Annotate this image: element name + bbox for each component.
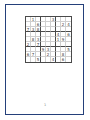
document-page: 13624738468319279356728546 1 — [0, 0, 90, 120]
sudoku-cell-r9c9 — [66, 57, 71, 62]
sudoku-grid: 13624738468319279356728546 — [25, 16, 72, 63]
page-number: 1 — [0, 103, 90, 107]
